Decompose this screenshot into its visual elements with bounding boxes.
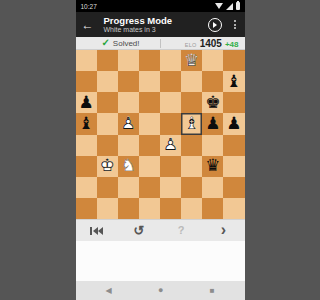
square-f6[interactable] bbox=[181, 92, 202, 113]
square-a2[interactable] bbox=[76, 177, 97, 198]
square-b1[interactable] bbox=[97, 198, 118, 219]
square-a5[interactable]: ♝ bbox=[76, 113, 97, 134]
white-queen[interactable]: ♛♕ bbox=[181, 50, 202, 71]
next-puzzle-button[interactable]: › bbox=[202, 220, 244, 241]
square-f1[interactable] bbox=[181, 198, 202, 219]
white-knight[interactable]: ♞♘ bbox=[118, 156, 139, 177]
solved-status: ✓ Solved! bbox=[82, 38, 160, 48]
square-h4[interactable] bbox=[223, 135, 244, 156]
play-icon bbox=[213, 22, 217, 28]
square-f7[interactable] bbox=[181, 71, 202, 92]
square-h8[interactable] bbox=[223, 50, 244, 71]
black-bishop[interactable]: ♝ bbox=[223, 71, 244, 92]
result-bar: ✓ Solved! ELO 1405 +48 bbox=[76, 37, 245, 50]
hint-question-icon: ? bbox=[178, 225, 185, 236]
titles: Progress Mode White mates in 3 bbox=[98, 15, 208, 34]
play-button[interactable] bbox=[208, 18, 222, 32]
chess-board: ♛♕♝♟♚♝♟♙♝♗♟♟♟♙♚♔♞♘♛ bbox=[76, 50, 245, 219]
next-chevron-icon: › bbox=[221, 222, 226, 240]
square-b7[interactable] bbox=[97, 71, 118, 92]
square-c7[interactable] bbox=[118, 71, 139, 92]
square-a1[interactable] bbox=[76, 198, 97, 219]
black-pawn[interactable]: ♟ bbox=[223, 113, 244, 134]
square-b2[interactable] bbox=[97, 177, 118, 198]
square-f4[interactable] bbox=[181, 135, 202, 156]
nav-home-icon[interactable]: ● bbox=[158, 286, 163, 295]
square-c3[interactable]: ♞♘ bbox=[118, 156, 139, 177]
elo-label: ELO bbox=[185, 42, 197, 48]
square-b8[interactable] bbox=[97, 50, 118, 71]
undo-move-button[interactable]: ↺ bbox=[118, 220, 160, 241]
square-g3[interactable]: ♛ bbox=[202, 156, 223, 177]
android-nav-bar: ◀ ● ■ bbox=[76, 281, 245, 300]
square-b6[interactable] bbox=[97, 92, 118, 113]
square-h3[interactable] bbox=[223, 156, 244, 177]
clock: 10:27 bbox=[81, 3, 97, 10]
square-d2[interactable] bbox=[139, 177, 160, 198]
app-screen: 10:27 ← Progress Mode White mates in 3 ✓… bbox=[76, 0, 245, 300]
black-pawn[interactable]: ♟ bbox=[202, 113, 223, 134]
square-d8[interactable] bbox=[139, 50, 160, 71]
signal-icon bbox=[226, 3, 233, 10]
skip-to-start-button[interactable] bbox=[76, 220, 118, 241]
puzzle-toolbar: ↺ ? › bbox=[76, 219, 245, 241]
empty-area bbox=[76, 241, 245, 281]
square-e5[interactable] bbox=[160, 113, 181, 134]
wifi-icon bbox=[215, 3, 223, 9]
white-bishop[interactable]: ♝♗ bbox=[181, 113, 202, 134]
square-h1[interactable] bbox=[223, 198, 244, 219]
black-pawn[interactable]: ♟ bbox=[76, 92, 97, 113]
square-g1[interactable] bbox=[202, 198, 223, 219]
elo-rating: ELO 1405 +48 bbox=[161, 38, 239, 49]
black-bishop[interactable]: ♝ bbox=[76, 113, 97, 134]
square-d3[interactable] bbox=[139, 156, 160, 177]
skip-to-start-icon bbox=[90, 227, 103, 235]
elo-delta-badge: +48 bbox=[225, 40, 239, 49]
square-a6[interactable]: ♟ bbox=[76, 92, 97, 113]
square-d4[interactable] bbox=[139, 135, 160, 156]
square-a7[interactable] bbox=[76, 71, 97, 92]
square-a8[interactable] bbox=[76, 50, 97, 71]
square-d1[interactable] bbox=[139, 198, 160, 219]
square-b5[interactable] bbox=[97, 113, 118, 134]
square-g6[interactable]: ♚ bbox=[202, 92, 223, 113]
square-g4[interactable] bbox=[202, 135, 223, 156]
square-a3[interactable] bbox=[76, 156, 97, 177]
square-h5[interactable]: ♟ bbox=[223, 113, 244, 134]
square-f3[interactable] bbox=[181, 156, 202, 177]
square-c6[interactable] bbox=[118, 92, 139, 113]
square-d7[interactable] bbox=[139, 71, 160, 92]
square-h6[interactable] bbox=[223, 92, 244, 113]
status-icons bbox=[215, 2, 240, 10]
square-d5[interactable] bbox=[139, 113, 160, 134]
solved-label: Solved! bbox=[113, 39, 140, 48]
square-c8[interactable] bbox=[118, 50, 139, 71]
square-h2[interactable] bbox=[223, 177, 244, 198]
nav-recents-icon[interactable]: ■ bbox=[210, 287, 215, 295]
square-b3[interactable]: ♚♔ bbox=[97, 156, 118, 177]
black-queen[interactable]: ♛ bbox=[202, 156, 223, 177]
white-pawn[interactable]: ♟♙ bbox=[160, 135, 181, 156]
status-bar: 10:27 bbox=[76, 0, 245, 12]
square-g7[interactable] bbox=[202, 71, 223, 92]
back-arrow-icon[interactable]: ← bbox=[82, 19, 98, 31]
square-e3[interactable] bbox=[160, 156, 181, 177]
elo-value: 1405 bbox=[200, 38, 222, 49]
square-b4[interactable] bbox=[97, 135, 118, 156]
black-king[interactable]: ♚ bbox=[202, 92, 223, 113]
square-f2[interactable] bbox=[181, 177, 202, 198]
check-icon: ✓ bbox=[101, 38, 109, 48]
square-h7[interactable]: ♝ bbox=[223, 71, 244, 92]
square-e8[interactable] bbox=[160, 50, 181, 71]
battery-icon bbox=[236, 2, 240, 10]
square-e4[interactable]: ♟♙ bbox=[160, 135, 181, 156]
square-f5[interactable]: ♝♗ bbox=[181, 113, 202, 134]
white-king[interactable]: ♚♔ bbox=[97, 156, 118, 177]
square-g5[interactable]: ♟ bbox=[202, 113, 223, 134]
square-e1[interactable] bbox=[160, 198, 181, 219]
square-g2[interactable] bbox=[202, 177, 223, 198]
square-c5[interactable]: ♟♙ bbox=[118, 113, 139, 134]
square-c2[interactable] bbox=[118, 177, 139, 198]
square-e7[interactable] bbox=[160, 71, 181, 92]
nav-back-icon[interactable]: ◀ bbox=[106, 287, 112, 295]
hint-button[interactable]: ? bbox=[160, 220, 202, 241]
puzzle-goal-subtitle: White mates in 3 bbox=[104, 26, 208, 34]
square-g8[interactable] bbox=[202, 50, 223, 71]
square-d6[interactable] bbox=[139, 92, 160, 113]
square-e2[interactable] bbox=[160, 177, 181, 198]
square-c1[interactable] bbox=[118, 198, 139, 219]
square-e6[interactable] bbox=[160, 92, 181, 113]
overflow-menu-button[interactable] bbox=[231, 20, 239, 29]
square-f8[interactable]: ♛♕ bbox=[181, 50, 202, 71]
page-title: Progress Mode bbox=[104, 15, 208, 26]
square-a4[interactable] bbox=[76, 135, 97, 156]
square-c4[interactable] bbox=[118, 135, 139, 156]
white-pawn[interactable]: ♟♙ bbox=[118, 113, 139, 134]
app-bar: ← Progress Mode White mates in 3 bbox=[76, 12, 245, 37]
undo-icon: ↺ bbox=[133, 224, 144, 237]
